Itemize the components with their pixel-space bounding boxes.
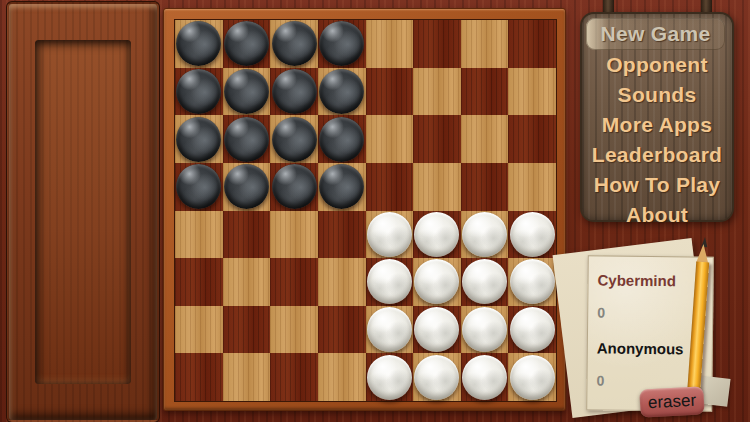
black-piece[interactable] xyxy=(319,164,364,209)
square-r1c5[interactable] xyxy=(366,20,414,68)
board-grid xyxy=(174,19,557,402)
white-piece[interactable] xyxy=(367,307,412,352)
square-r4c1[interactable] xyxy=(175,163,223,211)
square-r1c6[interactable] xyxy=(413,20,461,68)
square-r2c1[interactable] xyxy=(175,68,223,116)
white-piece[interactable] xyxy=(462,212,507,257)
square-r4c3[interactable] xyxy=(270,163,318,211)
square-r3c4[interactable] xyxy=(318,115,366,163)
pencil-wood-cone xyxy=(696,244,709,264)
square-r6c1[interactable] xyxy=(175,258,223,306)
game-board xyxy=(163,8,566,411)
white-piece[interactable] xyxy=(367,355,412,400)
black-piece[interactable] xyxy=(319,117,364,162)
player1-score: 0 xyxy=(597,304,704,321)
square-r4c5[interactable] xyxy=(366,163,414,211)
square-r2c5[interactable] xyxy=(366,68,414,116)
white-piece[interactable] xyxy=(414,212,459,257)
square-r7c3[interactable] xyxy=(270,306,318,354)
square-r2c6[interactable] xyxy=(413,68,461,116)
square-r3c5[interactable] xyxy=(366,115,414,163)
square-r4c8[interactable] xyxy=(508,163,556,211)
menu-item-how-to-play[interactable]: How To Play xyxy=(588,170,726,200)
square-r5c2[interactable] xyxy=(223,211,271,259)
square-r6c5[interactable] xyxy=(366,258,414,306)
square-r1c4[interactable] xyxy=(318,20,366,68)
menu-sign: New GameOpponentSoundsMore AppsLeaderboa… xyxy=(580,12,734,222)
menu-item-more-apps[interactable]: More Apps xyxy=(588,110,726,140)
black-piece[interactable] xyxy=(272,164,317,209)
square-r1c2[interactable] xyxy=(223,20,271,68)
square-r5c4[interactable] xyxy=(318,211,366,259)
black-piece[interactable] xyxy=(224,69,269,114)
white-piece[interactable] xyxy=(462,259,507,304)
square-r1c1[interactable] xyxy=(175,20,223,68)
square-r4c6[interactable] xyxy=(413,163,461,211)
black-piece[interactable] xyxy=(224,21,269,66)
white-piece[interactable] xyxy=(414,259,459,304)
square-r5c8[interactable] xyxy=(508,211,556,259)
white-piece[interactable] xyxy=(510,212,555,257)
square-r7c2[interactable] xyxy=(223,306,271,354)
menu-item-sounds[interactable]: Sounds xyxy=(588,80,726,110)
wood-plaque xyxy=(7,2,159,422)
square-r2c8[interactable] xyxy=(508,68,556,116)
white-piece[interactable] xyxy=(462,307,507,352)
square-r6c2[interactable] xyxy=(223,258,271,306)
square-r7c1[interactable] xyxy=(175,306,223,354)
square-r1c3[interactable] xyxy=(270,20,318,68)
square-r6c7[interactable] xyxy=(461,258,509,306)
square-r7c8[interactable] xyxy=(508,306,556,354)
square-r8c1[interactable] xyxy=(175,353,223,401)
square-r4c7[interactable] xyxy=(461,163,509,211)
square-r2c7[interactable] xyxy=(461,68,509,116)
square-r3c8[interactable] xyxy=(508,115,556,163)
eraser-button[interactable]: eraser xyxy=(639,386,704,417)
player2-name: Anonymous xyxy=(597,339,704,357)
square-r8c4[interactable] xyxy=(318,353,366,401)
black-piece[interactable] xyxy=(272,21,317,66)
square-r2c4[interactable] xyxy=(318,68,366,116)
square-r7c5[interactable] xyxy=(366,306,414,354)
black-piece[interactable] xyxy=(272,117,317,162)
square-r3c7[interactable] xyxy=(461,115,509,163)
square-r3c6[interactable] xyxy=(413,115,461,163)
player1-name: Cybermind xyxy=(597,271,704,289)
black-piece[interactable] xyxy=(319,21,364,66)
black-piece[interactable] xyxy=(176,21,221,66)
menu-item-leaderboard[interactable]: Leaderboard xyxy=(588,140,726,170)
square-r5c6[interactable] xyxy=(413,211,461,259)
square-r6c3[interactable] xyxy=(270,258,318,306)
white-piece[interactable] xyxy=(414,307,459,352)
square-r1c8[interactable] xyxy=(508,20,556,68)
white-piece[interactable] xyxy=(510,259,555,304)
square-r6c4[interactable] xyxy=(318,258,366,306)
square-r6c8[interactable] xyxy=(508,258,556,306)
black-piece[interactable] xyxy=(319,69,364,114)
wood-plaque-recess xyxy=(35,40,131,384)
square-r4c4[interactable] xyxy=(318,163,366,211)
square-r5c1[interactable] xyxy=(175,211,223,259)
square-r8c2[interactable] xyxy=(223,353,271,401)
square-r7c4[interactable] xyxy=(318,306,366,354)
menu-item-about[interactable]: About xyxy=(588,200,726,230)
square-r8c7[interactable] xyxy=(461,353,509,401)
menu-item-opponent[interactable]: Opponent xyxy=(588,50,726,80)
square-r4c2[interactable] xyxy=(223,163,271,211)
square-r8c8[interactable] xyxy=(508,353,556,401)
black-piece[interactable] xyxy=(224,164,269,209)
black-piece[interactable] xyxy=(176,117,221,162)
white-piece[interactable] xyxy=(367,259,412,304)
square-r3c3[interactable] xyxy=(270,115,318,163)
square-r6c6[interactable] xyxy=(413,258,461,306)
black-piece[interactable] xyxy=(272,69,317,114)
square-r3c2[interactable] xyxy=(223,115,271,163)
white-piece[interactable] xyxy=(510,355,555,400)
black-piece[interactable] xyxy=(176,164,221,209)
square-r8c5[interactable] xyxy=(366,353,414,401)
white-piece[interactable] xyxy=(414,355,459,400)
square-r7c7[interactable] xyxy=(461,306,509,354)
square-r5c5[interactable] xyxy=(366,211,414,259)
square-r7c6[interactable] xyxy=(413,306,461,354)
square-r2c3[interactable] xyxy=(270,68,318,116)
square-r8c3[interactable] xyxy=(270,353,318,401)
square-r8c6[interactable] xyxy=(413,353,461,401)
menu-item-new-game[interactable]: New Game xyxy=(586,18,725,50)
black-piece[interactable] xyxy=(224,117,269,162)
square-r2c2[interactable] xyxy=(223,68,271,116)
square-r5c7[interactable] xyxy=(461,211,509,259)
square-r1c7[interactable] xyxy=(461,20,509,68)
square-r5c3[interactable] xyxy=(270,211,318,259)
white-piece[interactable] xyxy=(510,307,555,352)
square-r3c1[interactable] xyxy=(175,115,223,163)
black-piece[interactable] xyxy=(176,69,221,114)
white-piece[interactable] xyxy=(367,212,412,257)
white-piece[interactable] xyxy=(462,355,507,400)
